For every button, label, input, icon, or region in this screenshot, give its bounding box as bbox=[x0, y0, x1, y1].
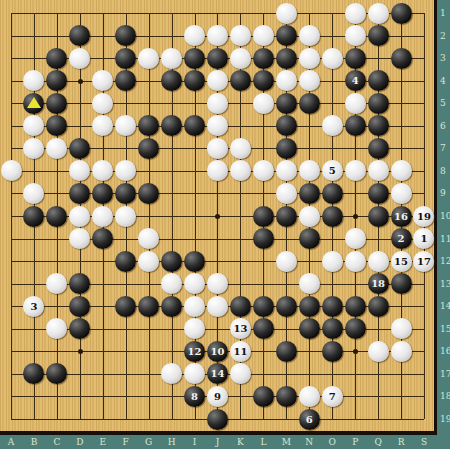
row-label-13: 13 bbox=[440, 279, 450, 289]
black-stone-H12 bbox=[161, 251, 182, 272]
black-stone-M5 bbox=[276, 93, 297, 114]
black-stone-O16 bbox=[322, 341, 343, 362]
black-stone-F3 bbox=[115, 48, 136, 69]
row-label-1: 1 bbox=[440, 8, 446, 18]
triangle-marker bbox=[27, 97, 41, 108]
black-stone-M3 bbox=[276, 48, 297, 69]
column-label-G: G bbox=[145, 437, 152, 447]
white-stone-N10 bbox=[299, 206, 320, 227]
white-stone-M1 bbox=[276, 3, 297, 24]
black-stone-F9 bbox=[115, 183, 136, 204]
white-stone-P11 bbox=[345, 228, 366, 249]
row-label-12: 12 bbox=[440, 256, 450, 266]
white-stone-P8 bbox=[345, 160, 366, 181]
white-stone-N3 bbox=[299, 48, 320, 69]
white-stone-R12-move-15: 15 bbox=[391, 251, 412, 272]
black-stone-Q7 bbox=[368, 138, 389, 159]
black-stone-M2 bbox=[276, 25, 297, 46]
column-label-A: A bbox=[8, 437, 15, 447]
white-stone-D10 bbox=[69, 206, 90, 227]
row-label-5: 5 bbox=[440, 98, 446, 108]
row-label-7: 7 bbox=[440, 143, 446, 153]
black-stone-F12 bbox=[115, 251, 136, 272]
white-stone-K7 bbox=[230, 138, 251, 159]
white-stone-O6 bbox=[322, 115, 343, 136]
white-stone-R9 bbox=[391, 183, 412, 204]
column-label-D: D bbox=[76, 437, 83, 447]
column-label-H: H bbox=[168, 437, 176, 447]
black-stone-C10 bbox=[46, 206, 67, 227]
white-stone-G3 bbox=[138, 48, 159, 69]
black-stone-J19 bbox=[207, 409, 228, 430]
column-label-B: B bbox=[31, 437, 38, 447]
white-stone-P5 bbox=[345, 93, 366, 114]
row-label-4: 4 bbox=[440, 76, 446, 86]
black-stone-M10 bbox=[276, 206, 297, 227]
white-stone-G12 bbox=[138, 251, 159, 272]
black-stone-K4 bbox=[230, 70, 251, 91]
black-stone-L10 bbox=[253, 206, 274, 227]
white-stone-Q12 bbox=[368, 251, 389, 272]
black-stone-J16-move-10: 10 bbox=[207, 341, 228, 362]
white-stone-O3 bbox=[322, 48, 343, 69]
black-stone-L11 bbox=[253, 228, 274, 249]
white-stone-E5 bbox=[92, 93, 113, 114]
white-stone-M9 bbox=[276, 183, 297, 204]
row-label-10: 10 bbox=[440, 211, 450, 221]
black-stone-M7 bbox=[276, 138, 297, 159]
white-stone-O18-move-7: 7 bbox=[322, 386, 343, 407]
column-label-M: M bbox=[282, 437, 291, 447]
black-stone-Q9 bbox=[368, 183, 389, 204]
white-stone-N4 bbox=[299, 70, 320, 91]
black-stone-K14 bbox=[230, 296, 251, 317]
black-stone-P4-move-4: 4 bbox=[345, 70, 366, 91]
white-stone-P12 bbox=[345, 251, 366, 272]
black-stone-I12 bbox=[184, 251, 205, 272]
white-stone-J4 bbox=[207, 70, 228, 91]
go-app-window: 45161921151718313121011148976 ABCDEFGHIJ… bbox=[0, 0, 450, 449]
black-stone-Q14 bbox=[368, 296, 389, 317]
column-label-C: C bbox=[53, 437, 60, 447]
column-label-N: N bbox=[305, 437, 313, 447]
black-stone-L3 bbox=[253, 48, 274, 69]
row-label-11: 11 bbox=[440, 234, 450, 244]
white-stone-Q1 bbox=[368, 3, 389, 24]
black-stone-L18 bbox=[253, 386, 274, 407]
white-stone-Q16 bbox=[368, 341, 389, 362]
row-label-8: 8 bbox=[440, 166, 446, 176]
black-stone-L14 bbox=[253, 296, 274, 317]
column-label-O: O bbox=[329, 437, 336, 447]
column-label-Q: Q bbox=[374, 437, 381, 447]
column-label-F: F bbox=[123, 437, 129, 447]
black-stone-N5 bbox=[299, 93, 320, 114]
black-stone-Q6 bbox=[368, 115, 389, 136]
row-label-17: 17 bbox=[440, 369, 450, 379]
black-stone-R11-move-2: 2 bbox=[391, 228, 412, 249]
black-stone-N11 bbox=[299, 228, 320, 249]
black-stone-Q2 bbox=[368, 25, 389, 46]
go-board[interactable]: 45161921151718313121011148976 bbox=[0, 0, 437, 435]
white-stone-O8-move-5: 5 bbox=[322, 160, 343, 181]
white-stone-R8 bbox=[391, 160, 412, 181]
row-label-19: 19 bbox=[440, 414, 450, 424]
white-stone-J18-move-9: 9 bbox=[207, 386, 228, 407]
black-stone-Q13-move-18: 18 bbox=[368, 273, 389, 294]
white-stone-D3 bbox=[69, 48, 90, 69]
black-stone-O9 bbox=[322, 183, 343, 204]
white-stone-R15 bbox=[391, 318, 412, 339]
white-stone-S12-move-17: 17 bbox=[413, 251, 434, 272]
column-label-S: S bbox=[421, 437, 427, 447]
column-label-K: K bbox=[237, 437, 244, 447]
black-stone-B10 bbox=[23, 206, 44, 227]
white-stone-Q8 bbox=[368, 160, 389, 181]
black-stone-O14 bbox=[322, 296, 343, 317]
white-stone-N2 bbox=[299, 25, 320, 46]
white-stone-F10 bbox=[115, 206, 136, 227]
white-stone-K16-move-11: 11 bbox=[230, 341, 251, 362]
row-label-15: 15 bbox=[440, 324, 450, 334]
black-stone-G7 bbox=[138, 138, 159, 159]
black-stone-R10-move-16: 16 bbox=[391, 206, 412, 227]
white-stone-S10-move-19: 19 bbox=[413, 206, 434, 227]
row-label-18: 18 bbox=[440, 391, 450, 401]
white-stone-A8 bbox=[1, 160, 22, 181]
column-label-E: E bbox=[99, 437, 106, 447]
black-stone-I3 bbox=[184, 48, 205, 69]
black-stone-C5 bbox=[46, 93, 67, 114]
white-stone-J7 bbox=[207, 138, 228, 159]
column-label-I: I bbox=[193, 437, 197, 447]
black-stone-I18-move-8: 8 bbox=[184, 386, 205, 407]
black-stone-N14 bbox=[299, 296, 320, 317]
white-stone-I14 bbox=[184, 296, 205, 317]
star-point bbox=[78, 79, 83, 84]
white-stone-N13 bbox=[299, 273, 320, 294]
black-stone-Q5 bbox=[368, 93, 389, 114]
black-stone-G9 bbox=[138, 183, 159, 204]
row-label-2: 2 bbox=[440, 31, 446, 41]
black-stone-R3 bbox=[391, 48, 412, 69]
black-stone-L4 bbox=[253, 70, 274, 91]
black-stone-P14 bbox=[345, 296, 366, 317]
black-stone-D14 bbox=[69, 296, 90, 317]
black-stone-M16 bbox=[276, 341, 297, 362]
black-stone-N9 bbox=[299, 183, 320, 204]
white-stone-J5 bbox=[207, 93, 228, 114]
black-stone-M6 bbox=[276, 115, 297, 136]
black-stone-O10 bbox=[322, 206, 343, 227]
white-stone-R16 bbox=[391, 341, 412, 362]
black-stone-O15 bbox=[322, 318, 343, 339]
row-label-6: 6 bbox=[440, 121, 446, 131]
white-stone-N18 bbox=[299, 386, 320, 407]
row-label-9: 9 bbox=[440, 188, 446, 198]
row-label-16: 16 bbox=[440, 346, 450, 356]
white-stone-K3 bbox=[230, 48, 251, 69]
white-stone-P2 bbox=[345, 25, 366, 46]
black-stone-G14 bbox=[138, 296, 159, 317]
black-stone-F14 bbox=[115, 296, 136, 317]
white-stone-I2 bbox=[184, 25, 205, 46]
black-stone-C3 bbox=[46, 48, 67, 69]
column-label-P: P bbox=[352, 437, 358, 447]
column-label-J: J bbox=[216, 437, 220, 447]
white-stone-M4 bbox=[276, 70, 297, 91]
black-stone-R13 bbox=[391, 273, 412, 294]
white-stone-L5 bbox=[253, 93, 274, 114]
black-stone-J3 bbox=[207, 48, 228, 69]
black-stone-M18 bbox=[276, 386, 297, 407]
row-label-3: 3 bbox=[440, 53, 446, 63]
black-stone-H14 bbox=[161, 296, 182, 317]
black-stone-N19-move-6: 6 bbox=[299, 409, 320, 430]
white-stone-K2 bbox=[230, 25, 251, 46]
white-stone-J2 bbox=[207, 25, 228, 46]
white-stone-E10 bbox=[92, 206, 113, 227]
white-stone-L2 bbox=[253, 25, 274, 46]
black-stone-P6 bbox=[345, 115, 366, 136]
white-stone-M12 bbox=[276, 251, 297, 272]
white-stone-H3 bbox=[161, 48, 182, 69]
column-label-L: L bbox=[260, 437, 266, 447]
black-stone-Q4 bbox=[368, 70, 389, 91]
black-stone-P15 bbox=[345, 318, 366, 339]
white-stone-J14 bbox=[207, 296, 228, 317]
black-stone-N15 bbox=[299, 318, 320, 339]
column-label-R: R bbox=[398, 437, 405, 447]
white-stone-P1 bbox=[345, 3, 366, 24]
row-label-14: 14 bbox=[440, 301, 450, 311]
black-stone-M14 bbox=[276, 296, 297, 317]
black-stone-Q10 bbox=[368, 206, 389, 227]
white-stone-O12 bbox=[322, 251, 343, 272]
white-stone-J13 bbox=[207, 273, 228, 294]
black-stone-P3 bbox=[345, 48, 366, 69]
black-stone-I16-move-12: 12 bbox=[184, 341, 205, 362]
black-stone-R1 bbox=[391, 3, 412, 24]
